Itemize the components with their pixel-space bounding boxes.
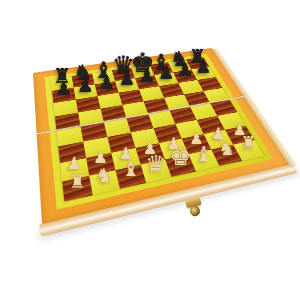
piece-white-queen-d1[interactable]: ♛ (145, 152, 166, 175)
product-photo-stage: ♜♞♝♛♚♝♞♜♟♟♟♟♟♟♟♟♟♟♟♟♟♟♟♟♜♞♝♛♚♝♞♜ (0, 0, 300, 300)
piece-white-knight-b1[interactable]: ♞ (96, 166, 114, 186)
clasp-knob (189, 204, 201, 217)
piece-black-pawn-f7[interactable]: ♟ (158, 64, 174, 82)
piece-black-pawn-e7[interactable]: ♟ (139, 67, 155, 85)
pieces-layer: ♜♞♝♛♚♝♞♜♟♟♟♟♟♟♟♟♟♟♟♟♟♟♟♟♜♞♝♛♚♝♞♜ (0, 0, 300, 300)
piece-white-bishop-c1[interactable]: ♝ (121, 159, 140, 180)
piece-white-king-e1[interactable]: ♚ (169, 145, 191, 170)
piece-white-knight-g1[interactable]: ♞ (218, 139, 235, 158)
piece-black-pawn-a7[interactable]: ♟ (55, 80, 72, 99)
piece-black-pawn-d7[interactable]: ♟ (119, 70, 136, 89)
piece-black-pawn-g7[interactable]: ♟ (177, 61, 193, 79)
piece-black-pawn-h7[interactable]: ♟ (195, 59, 211, 77)
piece-white-rook-h1[interactable]: ♜ (241, 136, 257, 154)
piece-black-pawn-c7[interactable]: ♟ (98, 73, 115, 92)
piece-white-rook-a1[interactable]: ♜ (69, 173, 86, 192)
piece-black-pawn-b7[interactable]: ♟ (77, 76, 94, 95)
piece-white-bishop-f1[interactable]: ♝ (195, 144, 213, 164)
